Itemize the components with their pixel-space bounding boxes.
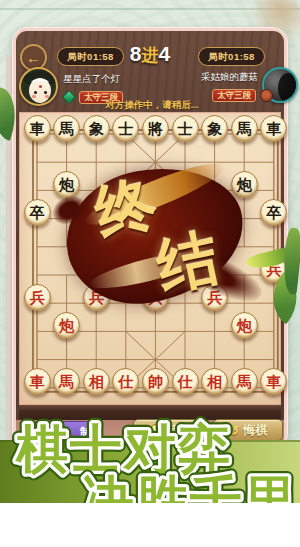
piece-black-馬[interactable]: 馬 (53, 115, 80, 142)
right-player-timer: 局时01:58 (198, 47, 265, 66)
piece-black-象[interactable]: 象 (201, 115, 228, 142)
right-player-name: 采姑娘的蘑菇 (150, 71, 258, 84)
game-end-stamp: 终 结 (58, 163, 256, 315)
left-player-avatar[interactable] (19, 67, 58, 106)
piece-black-士[interactable]: 士 (172, 115, 199, 142)
piece-black-士[interactable]: 士 (112, 115, 139, 142)
piece-black-馬[interactable]: 馬 (231, 115, 258, 142)
avatar-forehead-dot (39, 85, 42, 88)
piece-red-炮[interactable]: 炮 (231, 312, 258, 339)
status-text: 对方操作中，请稍后... (94, 99, 210, 112)
piece-red-兵[interactable]: 兵 (24, 284, 51, 311)
piece-red-炮[interactable]: 炮 (53, 312, 80, 339)
medal-icon (260, 89, 273, 102)
piece-black-車[interactable]: 車 (260, 115, 287, 142)
piece-black-車[interactable]: 車 (24, 115, 51, 142)
stamp-char: 结 (152, 227, 223, 298)
left-player-name: 星星点了个灯 (63, 73, 120, 86)
right-player-rank-badge: 太守三段 (212, 89, 256, 102)
piece-black-象[interactable]: 象 (83, 115, 110, 142)
piece-black-卒[interactable]: 卒 (24, 199, 51, 226)
round-title: 8进4 (110, 42, 190, 67)
banner-line1: 棋士对弈 (15, 420, 232, 478)
piece-black-將[interactable]: 將 (142, 115, 169, 142)
back-arrow-icon: ← (26, 49, 41, 66)
bottom-white-strip (0, 503, 300, 547)
